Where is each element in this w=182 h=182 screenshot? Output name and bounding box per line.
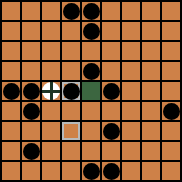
board-cell[interactable] [62,22,80,40]
board-cell[interactable] [162,162,180,180]
board-cell[interactable] [122,82,140,100]
board-cell[interactable] [162,22,180,40]
board-cell[interactable] [102,2,120,20]
board-cell[interactable] [122,62,140,80]
board-cell[interactable] [42,122,60,140]
board-cell[interactable] [42,82,60,100]
board-cell[interactable] [62,142,80,160]
board-cell[interactable] [22,142,40,160]
board-cell[interactable] [122,122,140,140]
board-cell[interactable] [82,162,100,180]
board-cell[interactable] [102,162,120,180]
board-cell[interactable] [22,122,40,140]
board-cell[interactable] [42,102,60,120]
board-cell[interactable] [82,62,100,80]
king-cross-icon [42,90,60,93]
board-cell[interactable] [42,162,60,180]
board-cell[interactable] [82,42,100,60]
black-stone [23,103,40,120]
black-stone [23,143,40,160]
black-stone [83,23,100,40]
king-piece [42,82,60,100]
black-stone [103,163,120,180]
board-cell[interactable] [142,82,160,100]
game-board [0,0,182,182]
board-cell[interactable] [142,142,160,160]
board-cell[interactable] [2,22,20,40]
board-cell[interactable] [62,2,80,20]
board-cell[interactable] [82,142,100,160]
board-cell[interactable] [102,62,120,80]
board-cell[interactable] [62,62,80,80]
board-cell[interactable] [2,122,20,140]
board-cell[interactable] [142,2,160,20]
board-cell[interactable] [42,62,60,80]
black-stone [103,83,120,100]
board-cell[interactable] [82,2,100,20]
board-cell[interactable] [122,102,140,120]
board-cell[interactable] [102,122,120,140]
board-cell[interactable] [162,102,180,120]
black-stone [83,3,100,20]
board-cell[interactable] [82,102,100,120]
board-cell[interactable] [142,42,160,60]
board-cell[interactable] [22,162,40,180]
board-cell[interactable] [122,162,140,180]
board-cell[interactable] [42,42,60,60]
board-cell[interactable] [122,22,140,40]
board-cell[interactable] [122,142,140,160]
board-cell[interactable] [22,2,40,20]
board-cell[interactable] [102,142,120,160]
board-cell[interactable] [142,102,160,120]
board-cell[interactable] [22,102,40,120]
board-cell[interactable] [22,82,40,100]
board-cell[interactable] [122,2,140,20]
board-cell[interactable] [42,22,60,40]
board-cell[interactable] [2,2,20,20]
board-cell[interactable] [2,162,20,180]
board-cell[interactable] [2,42,20,60]
board-cell[interactable] [142,162,160,180]
board-cell[interactable] [22,62,40,80]
board-cell[interactable] [162,62,180,80]
board-cell[interactable] [162,2,180,20]
board-cell[interactable] [62,82,80,100]
board-cell[interactable] [162,82,180,100]
board-cell[interactable] [62,162,80,180]
board-cell[interactable] [142,62,160,80]
board-cell[interactable] [162,122,180,140]
black-stone [63,83,80,100]
board-cell[interactable] [62,42,80,60]
board-cell[interactable] [102,102,120,120]
board-cell[interactable] [42,2,60,20]
board-cell[interactable] [22,22,40,40]
board-cell[interactable] [2,142,20,160]
board-cell[interactable] [62,122,80,140]
board-cell[interactable] [102,42,120,60]
board-cell[interactable] [2,82,20,100]
black-stone [23,83,40,100]
board-cell[interactable] [142,22,160,40]
board-cell[interactable] [82,122,100,140]
board-cell[interactable] [22,42,40,60]
board-cell[interactable] [2,102,20,120]
board-cell[interactable] [102,22,120,40]
board-cell[interactable] [162,42,180,60]
black-stone [103,123,120,140]
board-cell[interactable] [122,42,140,60]
throne-square[interactable] [82,82,100,100]
board-cell[interactable] [42,142,60,160]
board-cell[interactable] [142,122,160,140]
black-stone [83,63,100,80]
board-cell[interactable] [102,82,120,100]
black-stone [163,103,180,120]
highlight-frame [62,122,80,140]
board-cell[interactable] [82,22,100,40]
black-stone [3,83,20,100]
board-cell[interactable] [62,102,80,120]
board-cell[interactable] [2,62,20,80]
board-cell[interactable] [162,142,180,160]
black-stone [63,3,80,20]
black-stone [83,163,100,180]
